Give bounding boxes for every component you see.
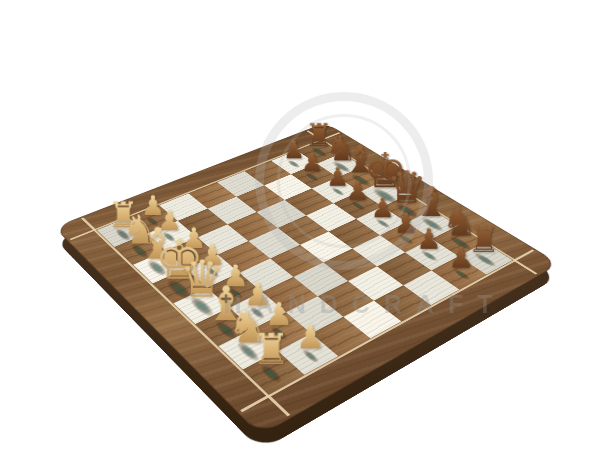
product-photo: ♜♞♝♚♛♝♞♜♟♟♟♟♟♟♟♟♟♟♟♟♟♟♟♟♜♞♝♚♛♝♞♜ HANDCRA… bbox=[0, 0, 600, 450]
scene: ♜♞♝♚♛♝♞♜♟♟♟♟♟♟♟♟♟♟♟♟♟♟♟♟♜♞♝♚♛♝♞♜ bbox=[0, 0, 600, 450]
chess-board: ♜♞♝♚♛♝♞♜♟♟♟♟♟♟♟♟♟♟♟♟♟♟♟♟♜♞♝♚♛♝♞♜ bbox=[54, 122, 560, 435]
